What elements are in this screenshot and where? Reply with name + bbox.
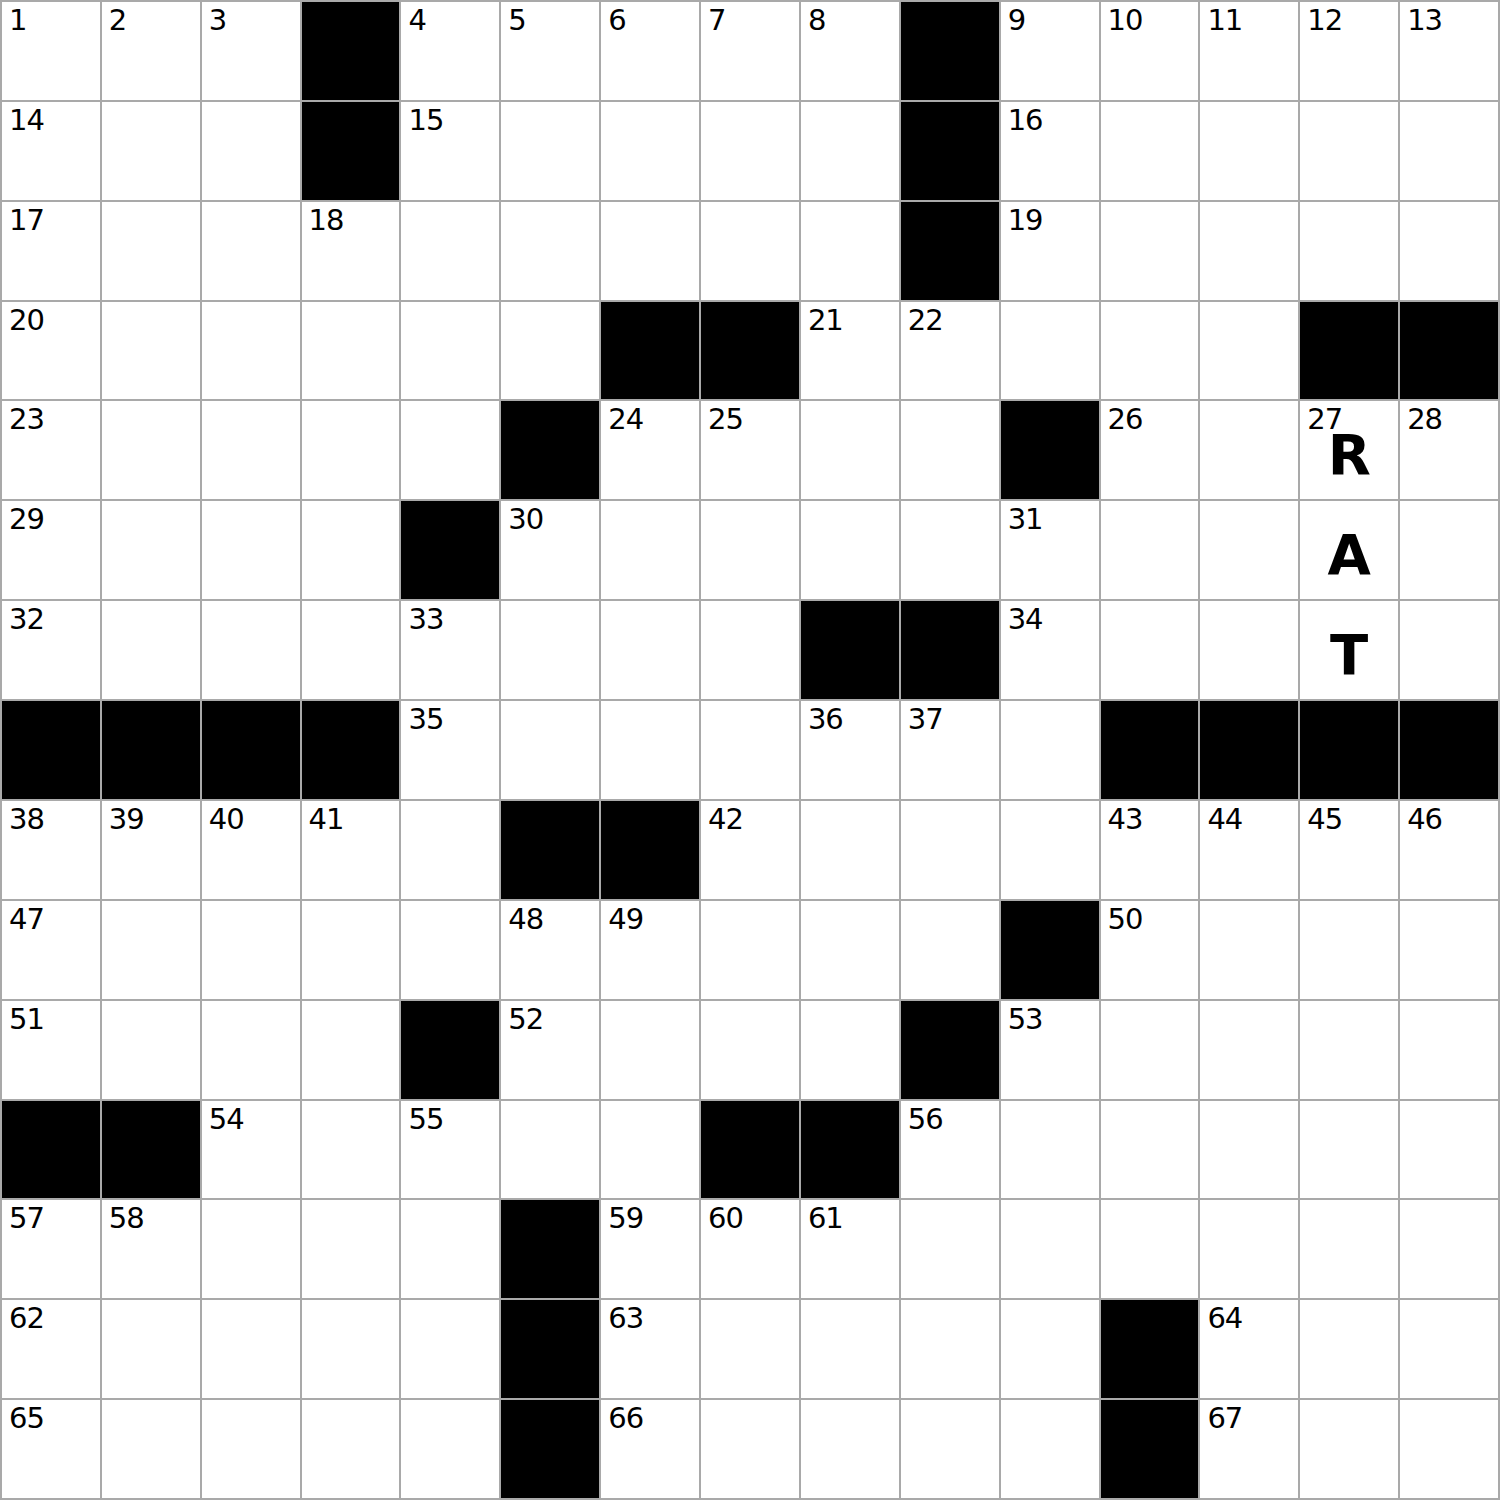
cell-r3c11[interactable]: 19 <box>1001 202 1101 302</box>
cell-r10c5[interactable] <box>401 901 501 1001</box>
cell-r4c2[interactable] <box>102 302 202 402</box>
cell-r13c10[interactable] <box>901 1200 1001 1300</box>
black-cell-r1c10 <box>901 2 1001 102</box>
cell-r6c15[interactable] <box>1400 501 1500 601</box>
cell-r2c2[interactable] <box>102 102 202 202</box>
cell-r1c13[interactable]: 11 <box>1200 2 1300 102</box>
cell-r3c7[interactable] <box>601 202 701 302</box>
cell-r7c14[interactable]: T <box>1300 601 1400 701</box>
clue-number: 65 <box>9 1402 44 1435</box>
black-cell-r13c6 <box>501 1200 601 1300</box>
cell-r15c3[interactable] <box>202 1400 302 1500</box>
cell-r2c15[interactable] <box>1400 102 1500 202</box>
cell-r11c9[interactable] <box>801 1001 901 1101</box>
cell-r9c15[interactable]: 46 <box>1400 801 1500 901</box>
cell-r12c3[interactable]: 54 <box>202 1101 302 1201</box>
cell-r15c8[interactable] <box>701 1400 801 1500</box>
cell-r14c13[interactable]: 64 <box>1200 1300 1300 1400</box>
clue-number: 2 <box>109 4 126 37</box>
clue-number: 43 <box>1108 803 1143 836</box>
cell-r8c11[interactable] <box>1001 701 1101 801</box>
cell-r10c13[interactable] <box>1200 901 1300 1001</box>
clue-number: 55 <box>408 1103 443 1136</box>
cell-r7c11[interactable]: 34 <box>1001 601 1101 701</box>
clue-number: 18 <box>309 204 344 237</box>
cell-r4c4[interactable] <box>302 302 402 402</box>
clue-number: 32 <box>9 603 44 636</box>
clue-number: 31 <box>1008 503 1043 536</box>
cell-r6c9[interactable] <box>801 501 901 601</box>
clue-number: 24 <box>608 403 643 436</box>
clue-number: 4 <box>408 4 425 37</box>
cell-r4c6[interactable] <box>501 302 601 402</box>
cell-r13c13[interactable] <box>1200 1200 1300 1300</box>
black-cell-r12c1 <box>2 1101 102 1201</box>
cell-r11c1[interactable]: 51 <box>2 1001 102 1101</box>
clue-number: 19 <box>1008 204 1043 237</box>
cell-r6c12[interactable] <box>1101 501 1201 601</box>
cell-r2c6[interactable] <box>501 102 601 202</box>
cell-r6c1[interactable]: 29 <box>2 501 102 601</box>
cell-r4c5[interactable] <box>401 302 501 402</box>
cell-r13c9[interactable]: 61 <box>801 1200 901 1300</box>
cell-r6c2[interactable] <box>102 501 202 601</box>
cell-r7c1[interactable]: 32 <box>2 601 102 701</box>
cell-r10c1[interactable]: 47 <box>2 901 102 1001</box>
cell-r5c10[interactable] <box>901 401 1001 501</box>
cell-r10c6[interactable]: 48 <box>501 901 601 1001</box>
black-cell-r1c4 <box>302 2 402 102</box>
cell-r7c13[interactable] <box>1200 601 1300 701</box>
cell-r5c7[interactable]: 24 <box>601 401 701 501</box>
cell-r12c13[interactable] <box>1200 1101 1300 1201</box>
black-cell-r8c3 <box>202 701 302 801</box>
black-cell-r4c14 <box>1300 302 1400 402</box>
clue-number: 51 <box>9 1003 44 1036</box>
cell-r1c6[interactable]: 5 <box>501 2 601 102</box>
clue-number: 23 <box>9 403 44 436</box>
clue-number: 25 <box>708 403 743 436</box>
cell-r8c9[interactable]: 36 <box>801 701 901 801</box>
cell-r13c8[interactable]: 60 <box>701 1200 801 1300</box>
black-cell-r15c12 <box>1101 1400 1201 1500</box>
cell-r3c8[interactable] <box>701 202 801 302</box>
cell-r6c13[interactable] <box>1200 501 1300 601</box>
clue-number: 52 <box>508 1003 543 1036</box>
cell-r2c5[interactable]: 15 <box>401 102 501 202</box>
clue-number: 35 <box>408 703 443 736</box>
black-cell-r2c10 <box>901 102 1001 202</box>
clue-number: 34 <box>1008 603 1043 636</box>
cell-r14c11[interactable] <box>1001 1300 1101 1400</box>
cell-r9c3[interactable]: 40 <box>202 801 302 901</box>
cell-r13c12[interactable] <box>1101 1200 1201 1300</box>
cell-r5c1[interactable]: 23 <box>2 401 102 501</box>
black-cell-r11c5 <box>401 1001 501 1101</box>
black-cell-r8c13 <box>1200 701 1300 801</box>
cell-r6c7[interactable] <box>601 501 701 601</box>
cell-r11c12[interactable] <box>1101 1001 1201 1101</box>
cell-r2c1[interactable]: 14 <box>2 102 102 202</box>
cell-r7c6[interactable] <box>501 601 601 701</box>
cell-r3c4[interactable]: 18 <box>302 202 402 302</box>
cell-r10c3[interactable] <box>202 901 302 1001</box>
clue-number: 41 <box>309 803 344 836</box>
cell-r9c12[interactable]: 43 <box>1101 801 1201 901</box>
black-cell-r14c6 <box>501 1300 601 1400</box>
cell-r1c7[interactable]: 6 <box>601 2 701 102</box>
cell-r15c15[interactable] <box>1400 1400 1500 1500</box>
black-cell-r5c6 <box>501 401 601 501</box>
cell-r2c7[interactable] <box>601 102 701 202</box>
cell-r8c10[interactable]: 37 <box>901 701 1001 801</box>
cell-r12c14[interactable] <box>1300 1101 1400 1201</box>
cell-r14c10[interactable] <box>901 1300 1001 1400</box>
cell-r14c4[interactable] <box>302 1300 402 1400</box>
clue-number: 29 <box>9 503 44 536</box>
clue-number: 45 <box>1307 803 1342 836</box>
clue-number: 57 <box>9 1202 44 1235</box>
cell-r5c15[interactable]: 28 <box>1400 401 1500 501</box>
clue-number: 38 <box>9 803 44 836</box>
clue-number: 62 <box>9 1302 44 1335</box>
cell-r7c4[interactable] <box>302 601 402 701</box>
clue-number: 40 <box>209 803 244 836</box>
cell-r3c15[interactable] <box>1400 202 1500 302</box>
cell-r11c2[interactable] <box>102 1001 202 1101</box>
cell-r1c9[interactable]: 8 <box>801 2 901 102</box>
cell-r3c1[interactable]: 17 <box>2 202 102 302</box>
black-cell-r4c7 <box>601 302 701 402</box>
cell-r4c12[interactable] <box>1101 302 1201 402</box>
clue-number: 61 <box>808 1202 843 1235</box>
cell-r13c1[interactable]: 57 <box>2 1200 102 1300</box>
clue-number: 36 <box>808 703 843 736</box>
cell-r14c3[interactable] <box>202 1300 302 1400</box>
cell-r10c9[interactable] <box>801 901 901 1001</box>
cell-r9c8[interactable]: 42 <box>701 801 801 901</box>
clue-number: 15 <box>408 104 443 137</box>
black-cell-r11c10 <box>901 1001 1001 1101</box>
cell-r12c6[interactable] <box>501 1101 601 1201</box>
clue-number: 64 <box>1207 1302 1242 1335</box>
clue-number: 12 <box>1307 4 1342 37</box>
cell-r14c7[interactable]: 63 <box>601 1300 701 1400</box>
cell-r5c13[interactable] <box>1200 401 1300 501</box>
cell-r9c10[interactable] <box>901 801 1001 901</box>
cell-r2c12[interactable] <box>1101 102 1201 202</box>
clue-number: 10 <box>1108 4 1143 37</box>
black-cell-r8c15 <box>1400 701 1500 801</box>
black-cell-r3c10 <box>901 202 1001 302</box>
cell-r3c12[interactable] <box>1101 202 1201 302</box>
cell-r15c11[interactable] <box>1001 1400 1101 1500</box>
cell-r15c4[interactable] <box>302 1400 402 1500</box>
black-cell-r8c2 <box>102 701 202 801</box>
clue-number: 1 <box>9 4 26 37</box>
cell-r12c7[interactable] <box>601 1101 701 1201</box>
clue-number: 48 <box>508 903 543 936</box>
clue-number: 3 <box>209 4 226 37</box>
black-cell-r12c8 <box>701 1101 801 1201</box>
cell-r14c9[interactable] <box>801 1300 901 1400</box>
cell-r2c8[interactable] <box>701 102 801 202</box>
clue-number: 39 <box>109 803 144 836</box>
cell-r2c13[interactable] <box>1200 102 1300 202</box>
clue-number: 28 <box>1407 403 1442 436</box>
cell-r7c3[interactable] <box>202 601 302 701</box>
cell-r1c5[interactable]: 4 <box>401 2 501 102</box>
black-cell-r10c11 <box>1001 901 1101 1001</box>
cell-r13c3[interactable] <box>202 1200 302 1300</box>
cell-r6c10[interactable] <box>901 501 1001 601</box>
cell-r14c2[interactable] <box>102 1300 202 1400</box>
cell-r4c3[interactable] <box>202 302 302 402</box>
cell-r2c11[interactable]: 16 <box>1001 102 1101 202</box>
crossword-grid: 1234567891011121314151617181920212223242… <box>0 0 1500 1500</box>
cell-r11c6[interactable]: 52 <box>501 1001 601 1101</box>
black-cell-r8c4 <box>302 701 402 801</box>
clue-number: 67 <box>1207 1402 1242 1435</box>
cell-r9c1[interactable]: 38 <box>2 801 102 901</box>
cell-r10c14[interactable] <box>1300 901 1400 1001</box>
cell-r5c14[interactable]: 27R <box>1300 401 1400 501</box>
clue-number: 56 <box>908 1103 943 1136</box>
cell-r15c10[interactable] <box>901 1400 1001 1500</box>
black-cell-r8c1 <box>2 701 102 801</box>
cell-r13c15[interactable] <box>1400 1200 1500 1300</box>
cell-r9c13[interactable]: 44 <box>1200 801 1300 901</box>
black-cell-r15c6 <box>501 1400 601 1500</box>
cell-r7c8[interactable] <box>701 601 801 701</box>
cell-r8c5[interactable]: 35 <box>401 701 501 801</box>
clue-number: 42 <box>708 803 743 836</box>
cell-r4c9[interactable]: 21 <box>801 302 901 402</box>
black-cell-r12c9 <box>801 1101 901 1201</box>
cell-r1c11[interactable]: 9 <box>1001 2 1101 102</box>
cell-r5c3[interactable] <box>202 401 302 501</box>
cell-r15c2[interactable] <box>102 1400 202 1500</box>
black-cell-r7c9 <box>801 601 901 701</box>
cell-r7c2[interactable] <box>102 601 202 701</box>
cell-r10c7[interactable]: 49 <box>601 901 701 1001</box>
cell-r14c8[interactable] <box>701 1300 801 1400</box>
cell-r1c3[interactable]: 3 <box>202 2 302 102</box>
cell-r11c11[interactable]: 53 <box>1001 1001 1101 1101</box>
black-cell-r4c8 <box>701 302 801 402</box>
cell-r7c15[interactable] <box>1400 601 1500 701</box>
cell-r12c4[interactable] <box>302 1101 402 1201</box>
cell-r6c3[interactable] <box>202 501 302 601</box>
cell-r9c11[interactable] <box>1001 801 1101 901</box>
cell-r15c14[interactable] <box>1300 1400 1400 1500</box>
clue-number: 21 <box>808 304 843 337</box>
cell-r3c2[interactable] <box>102 202 202 302</box>
black-cell-r7c10 <box>901 601 1001 701</box>
cell-r6c4[interactable] <box>302 501 402 601</box>
cell-r9c9[interactable] <box>801 801 901 901</box>
cell-r6c11[interactable]: 31 <box>1001 501 1101 601</box>
cell-r10c4[interactable] <box>302 901 402 1001</box>
cell-r9c14[interactable]: 45 <box>1300 801 1400 901</box>
cell-r15c1[interactable]: 65 <box>2 1400 102 1500</box>
cell-r11c4[interactable] <box>302 1001 402 1101</box>
clue-number: 17 <box>9 204 44 237</box>
cell-r6c6[interactable]: 30 <box>501 501 601 601</box>
clue-number: 8 <box>808 4 825 37</box>
cell-r13c11[interactable] <box>1001 1200 1101 1300</box>
cell-r5c12[interactable]: 26 <box>1101 401 1201 501</box>
cell-r10c2[interactable] <box>102 901 202 1001</box>
cell-r5c8[interactable]: 25 <box>701 401 801 501</box>
cell-r14c1[interactable]: 62 <box>2 1300 102 1400</box>
cell-r12c15[interactable] <box>1400 1101 1500 1201</box>
cell-r10c12[interactable]: 50 <box>1101 901 1201 1001</box>
cell-r6c14[interactable]: A <box>1300 501 1400 601</box>
cell-r5c9[interactable] <box>801 401 901 501</box>
clue-number: 13 <box>1407 4 1442 37</box>
cell-r15c13[interactable]: 67 <box>1200 1400 1300 1500</box>
cell-r9c5[interactable] <box>401 801 501 901</box>
clue-number: 14 <box>9 104 44 137</box>
cell-r4c10[interactable]: 22 <box>901 302 1001 402</box>
clue-number: 49 <box>608 903 643 936</box>
clue-number: 46 <box>1407 803 1442 836</box>
clue-number: 16 <box>1008 104 1043 137</box>
clue-number: 37 <box>908 703 943 736</box>
clue-number: 33 <box>408 603 443 636</box>
black-cell-r6c5 <box>401 501 501 601</box>
cell-r3c14[interactable] <box>1300 202 1400 302</box>
cell-r4c11[interactable] <box>1001 302 1101 402</box>
cell-r10c15[interactable] <box>1400 901 1500 1001</box>
clue-number: 5 <box>508 4 525 37</box>
cell-letter: A <box>1300 501 1398 599</box>
cell-r12c12[interactable] <box>1101 1101 1201 1201</box>
cell-r11c14[interactable] <box>1300 1001 1400 1101</box>
cell-r1c15[interactable]: 13 <box>1400 2 1500 102</box>
cell-r7c12[interactable] <box>1101 601 1201 701</box>
clue-number: 26 <box>1108 403 1143 436</box>
clue-number: 9 <box>1008 4 1025 37</box>
black-cell-r9c7 <box>601 801 701 901</box>
clue-number: 60 <box>708 1202 743 1235</box>
black-cell-r2c4 <box>302 102 402 202</box>
clue-number: 22 <box>908 304 943 337</box>
cell-r2c3[interactable] <box>202 102 302 202</box>
cell-r9c4[interactable]: 41 <box>302 801 402 901</box>
cell-r13c4[interactable] <box>302 1200 402 1300</box>
black-cell-r5c11 <box>1001 401 1101 501</box>
clue-number: 7 <box>708 4 725 37</box>
black-cell-r12c2 <box>102 1101 202 1201</box>
cell-r11c13[interactable] <box>1200 1001 1300 1101</box>
cell-r10c8[interactable] <box>701 901 801 1001</box>
clue-number: 54 <box>209 1103 244 1136</box>
cell-r2c14[interactable] <box>1300 102 1400 202</box>
cell-r7c7[interactable] <box>601 601 701 701</box>
cell-r1c8[interactable]: 7 <box>701 2 801 102</box>
clue-number: 30 <box>508 503 543 536</box>
black-cell-r8c12 <box>1101 701 1201 801</box>
cell-r11c3[interactable] <box>202 1001 302 1101</box>
cell-r2c9[interactable] <box>801 102 901 202</box>
cell-r13c7[interactable]: 59 <box>601 1200 701 1300</box>
cell-r8c8[interactable] <box>701 701 801 801</box>
cell-letter: T <box>1300 601 1398 699</box>
cell-r1c12[interactable]: 10 <box>1101 2 1201 102</box>
cell-r5c4[interactable] <box>302 401 402 501</box>
clue-number: 50 <box>1108 903 1143 936</box>
clue-number: 63 <box>608 1302 643 1335</box>
cell-r10c10[interactable] <box>901 901 1001 1001</box>
cell-r3c9[interactable] <box>801 202 901 302</box>
cell-letter: R <box>1300 401 1398 499</box>
cell-r1c2[interactable]: 2 <box>102 2 202 102</box>
cell-r6c8[interactable] <box>701 501 801 601</box>
clue-number: 58 <box>109 1202 144 1235</box>
cell-r3c3[interactable] <box>202 202 302 302</box>
cell-r13c5[interactable] <box>401 1200 501 1300</box>
cell-r8c6[interactable] <box>501 701 601 801</box>
cell-r3c5[interactable] <box>401 202 501 302</box>
clue-number: 53 <box>1008 1003 1043 1036</box>
cell-r14c14[interactable] <box>1300 1300 1400 1400</box>
clue-number: 20 <box>9 304 44 337</box>
black-cell-r8c14 <box>1300 701 1400 801</box>
cell-r12c5[interactable]: 55 <box>401 1101 501 1201</box>
cell-r11c15[interactable] <box>1400 1001 1500 1101</box>
cell-r12c10[interactable]: 56 <box>901 1101 1001 1201</box>
cell-r3c6[interactable] <box>501 202 601 302</box>
cell-r4c1[interactable]: 20 <box>2 302 102 402</box>
clue-number: 59 <box>608 1202 643 1235</box>
cell-r13c2[interactable]: 58 <box>102 1200 202 1300</box>
cell-r3c13[interactable] <box>1200 202 1300 302</box>
cell-r15c5[interactable] <box>401 1400 501 1500</box>
cell-r13c14[interactable] <box>1300 1200 1400 1300</box>
black-cell-r14c12 <box>1101 1300 1201 1400</box>
cell-r12c11[interactable] <box>1001 1101 1101 1201</box>
cell-r8c7[interactable] <box>601 701 701 801</box>
clue-number: 44 <box>1207 803 1242 836</box>
cell-r1c1[interactable]: 1 <box>2 2 102 102</box>
cell-r5c5[interactable] <box>401 401 501 501</box>
cell-r1c14[interactable]: 12 <box>1300 2 1400 102</box>
cell-r11c8[interactable] <box>701 1001 801 1101</box>
cell-r5c2[interactable] <box>102 401 202 501</box>
cell-r15c9[interactable] <box>801 1400 901 1500</box>
black-cell-r9c6 <box>501 801 601 901</box>
cell-r14c5[interactable] <box>401 1300 501 1400</box>
clue-number: 66 <box>608 1402 643 1435</box>
clue-number: 11 <box>1207 4 1242 37</box>
cell-r7c5[interactable]: 33 <box>401 601 501 701</box>
clue-number: 47 <box>9 903 44 936</box>
cell-r9c2[interactable]: 39 <box>102 801 202 901</box>
clue-number: 6 <box>608 4 625 37</box>
black-cell-r4c15 <box>1400 302 1500 402</box>
cell-r15c7[interactable]: 66 <box>601 1400 701 1500</box>
cell-r14c15[interactable] <box>1400 1300 1500 1400</box>
cell-r4c13[interactable] <box>1200 302 1300 402</box>
cell-r11c7[interactable] <box>601 1001 701 1101</box>
